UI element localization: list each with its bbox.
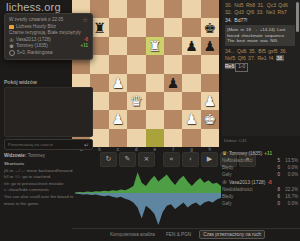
square-c2[interactable]: ♟ (109, 110, 127, 128)
summary-player-1: ♔Vasa2013 (1728)-8 (222, 178, 298, 186)
summary-stat-row: Niedokładności513.5% (222, 157, 298, 164)
summary-player-0: ♛Tommey (1835)+11 (222, 149, 298, 157)
square-f6[interactable] (164, 37, 182, 55)
square-d3[interactable]: ♛ (127, 92, 145, 110)
square-d5[interactable] (127, 55, 145, 73)
white-pawn-c2[interactable]: ♟ (109, 110, 127, 128)
favorite-star-icon[interactable]: ☆ (83, 17, 88, 24)
tab-2[interactable]: Czas przeznaczony na ruch (199, 230, 265, 239)
summary-player-icon: ♛ (222, 150, 227, 156)
stat-label: Niedokładności (222, 158, 270, 163)
chat-messages (4, 87, 93, 137)
square-b2[interactable] (90, 110, 108, 128)
white-king-h2[interactable]: ♚ (201, 110, 219, 128)
summary-player-name[interactable]: Tommey (1835) (229, 151, 262, 156)
square-e8[interactable] (146, 0, 164, 18)
prev-move-button[interactable]: ‹ (182, 152, 199, 167)
square-g8[interactable] (182, 0, 200, 18)
engine-comment: (Mate in 18 → +14.24) Lost forced checkm… (225, 25, 295, 46)
lichess-analysis-page: lichess.org ♜♚♜♟♟♟♟♛♟♟♟♚ abcdefgh W zesz… (0, 0, 300, 241)
first-move-button[interactable]: « (163, 152, 180, 167)
square-h8[interactable] (201, 0, 219, 18)
square-g5[interactable] (182, 55, 200, 73)
edit-board-button[interactable]: ✎ (119, 152, 136, 167)
stat-count: 5 (270, 158, 280, 163)
white-move-times-area (75, 172, 221, 193)
square-c7[interactable] (109, 18, 127, 36)
square-e2[interactable] (146, 110, 164, 128)
square-b3[interactable] (90, 92, 108, 110)
white-pawn-g2[interactable]: ♟ (182, 110, 200, 128)
square-c1[interactable] (109, 129, 127, 147)
black-rook-b7[interactable]: ♜ (90, 18, 108, 36)
stat-count: 0 (270, 201, 280, 206)
stat-percent: 13.5% (280, 158, 298, 163)
spectators-row: Widzowie: Tommey (4, 153, 93, 158)
stat-count: 0 (270, 165, 280, 170)
square-h5[interactable] (201, 55, 219, 73)
summary-stat-row: Gafy00.0% (222, 171, 298, 178)
square-f4[interactable]: ♟ (164, 74, 182, 92)
summary-rating-change: +11 (264, 151, 272, 156)
stat-label: Niedokładności (222, 187, 270, 192)
popup-players: ♔Vasa2013 (1728)-8♚Tommey (1835)+11 (9, 37, 88, 50)
square-c3[interactable] (109, 92, 127, 110)
analysis-summary: ♛Tommey (1835)+11Niedokładności513.5%Błę… (222, 149, 298, 207)
move-list[interactable]: 30. Nd5 Rb8 31. Qc3 Qd6 32. Qd3 Qf6 33. … (225, 2, 295, 72)
black-pawn-g6[interactable]: ♟ (182, 37, 200, 55)
square-c4[interactable]: ♟ (109, 74, 127, 92)
white-pawn-h3[interactable]: ♟ (201, 92, 219, 110)
summary-stat-row: Błędy616.7% (222, 193, 298, 200)
tab-0[interactable]: Komputerowa analiza (107, 231, 158, 238)
black-pawn-h6[interactable]: ♟ (201, 37, 219, 55)
square-d6[interactable] (127, 37, 145, 55)
game-info-popup: W zeszły czwartek o 22:05 ☆ Lichess Hour… (4, 13, 93, 60)
move-times-chart[interactable] (75, 169, 221, 227)
site-logo[interactable]: lichess.org (6, 1, 61, 13)
square-b7[interactable]: ♜ (90, 18, 108, 36)
square-f2[interactable] (164, 110, 182, 128)
stat-percent: 16.7% (280, 194, 298, 199)
square-d7[interactable] (127, 18, 145, 36)
chat-tab-label[interactable]: Pokój widzów (4, 79, 90, 85)
black-move-times-area (75, 193, 221, 225)
chess-board[interactable]: ♜♚♜♟♟♟♟♛♟♟♟♚ (72, 0, 219, 147)
square-h7[interactable]: ♚ (201, 18, 219, 36)
stat-label: Błędy (222, 165, 270, 170)
square-e5[interactable] (146, 55, 164, 73)
black-king-h7[interactable]: ♚ (201, 18, 219, 36)
summary-stat-row: Niedokładności822.2% (222, 186, 298, 193)
moves-text-1[interactable]: 34. Bd7?! (225, 17, 295, 24)
square-f5[interactable] (164, 55, 182, 73)
trophy-icon (9, 25, 14, 29)
stat-label: Gafy (222, 201, 270, 206)
move-list-scrollbar[interactable] (296, 2, 299, 32)
summary-player-icon: ♔ (222, 179, 227, 185)
square-e3[interactable] (146, 92, 164, 110)
square-d4[interactable] (127, 74, 145, 92)
square-c8[interactable] (109, 0, 127, 18)
square-h4[interactable] (201, 74, 219, 92)
square-f1[interactable] (164, 129, 182, 147)
square-g1[interactable] (182, 129, 200, 147)
square-f8[interactable] (164, 0, 182, 18)
white-queen-d3[interactable]: ♛ (127, 92, 145, 110)
chat-tab-header[interactable]: Pokój widzów – (4, 79, 93, 85)
square-b1[interactable] (90, 129, 108, 147)
square-d8[interactable] (127, 0, 145, 18)
move-list-panel[interactable]: 30. Nd5 Rb8 31. Qc3 Qd6 32. Qd3 Qf6 33. … (222, 0, 300, 136)
close-analysis-button[interactable]: × (138, 152, 155, 167)
shortcut-line-3: c: show/hide comments (4, 187, 76, 194)
shortcuts-title: Shortcuts (4, 161, 76, 168)
square-g2[interactable]: ♟ (182, 110, 200, 128)
game-result-chip[interactable]: 1-0 (235, 63, 248, 72)
shortcut-line-0: j/k or ←/→: move backward/forward (4, 168, 76, 175)
square-c5[interactable] (109, 55, 127, 73)
stat-percent: 0.0% (280, 201, 298, 206)
chat-input-placeholder: Porozmawiaj na czacie (8, 142, 82, 147)
white-pawn-c4[interactable]: ♟ (109, 74, 127, 92)
square-b6[interactable] (90, 37, 108, 55)
moves-text-0[interactable]: 30. Nd5 Rb8 31. Qc3 Qd6 32. Qd3 Qf6 33. … (225, 2, 288, 15)
time-control: 5+0, Rankingowa (17, 50, 53, 57)
clock-icon (9, 50, 15, 56)
shortcut-line-1: h/l or ↑/↓: go to start/end (4, 174, 76, 181)
rating-change: +11 (80, 43, 88, 50)
square-e4[interactable] (146, 74, 164, 92)
flip-board-button[interactable]: ↻ (100, 152, 117, 167)
stat-percent: 0.0% (280, 165, 298, 170)
spectators-label: Widzowie: (4, 153, 26, 158)
summary-stat-row: Gafy00.0% (222, 200, 298, 207)
stat-count: 0 (270, 172, 280, 177)
summary-stat-row: Błędy00.0% (222, 164, 298, 171)
square-b4[interactable] (90, 74, 108, 92)
chat-input[interactable]: Porozmawiaj na czacie ↵ (4, 139, 93, 150)
white-rook-e6[interactable]: ♜ (146, 37, 164, 55)
square-g7[interactable] (182, 18, 200, 36)
square-h3[interactable]: ♟ (201, 92, 219, 110)
summary-player-name[interactable]: Vasa2013 (1728) (229, 180, 265, 185)
chat-minimize-icon[interactable]: – (90, 79, 93, 85)
square-c6[interactable] (109, 37, 127, 55)
analysis-tabs: Komputerowa analizaFEN & PGNCzas przezna… (72, 230, 300, 239)
square-h6[interactable]: ♟ (201, 37, 219, 55)
keyboard-shortcuts: Shortcuts j/k or ←/→: move backward/forw… (4, 161, 76, 207)
stat-label: Gafy (222, 172, 270, 177)
square-f7[interactable] (164, 18, 182, 36)
square-g6[interactable]: ♟ (182, 37, 200, 55)
bottom-separator (72, 228, 300, 229)
play-button[interactable]: ▶ (201, 152, 218, 167)
shortcut-line-4: You can also scroll over the board to mo… (4, 194, 76, 207)
square-e6[interactable]: ♜ (146, 37, 164, 55)
stat-count: 6 (270, 194, 280, 199)
square-b5[interactable] (90, 55, 108, 73)
stat-label: Błędy (222, 194, 270, 199)
black-pawn-f4[interactable]: ♟ (164, 74, 182, 92)
square-e7[interactable] (146, 18, 164, 36)
square-h1[interactable] (201, 129, 219, 147)
player-color-icon: ♚ (9, 43, 14, 50)
send-icon[interactable]: ↵ (84, 141, 89, 148)
spectator-name[interactable]: Tommey (28, 153, 45, 158)
square-e1[interactable] (146, 129, 164, 147)
square-d2[interactable] (127, 110, 145, 128)
square-d1[interactable] (127, 129, 145, 147)
stat-percent: 0.0% (280, 172, 298, 177)
square-g4[interactable] (182, 74, 200, 92)
opening-name: Debiut: C41 (224, 138, 298, 143)
square-f3[interactable] (164, 92, 182, 110)
shortcut-line-2: t/e: go to previous/next mistake (4, 181, 76, 188)
square-b8[interactable] (90, 0, 108, 18)
square-h2[interactable]: ♚ (201, 110, 219, 128)
stat-count: 8 (270, 187, 280, 192)
square-g3[interactable] (182, 92, 200, 110)
tab-1[interactable]: FEN & PGN (163, 231, 194, 238)
stat-percent: 22.2% (280, 187, 298, 192)
summary-rating-change: -8 (267, 180, 271, 185)
